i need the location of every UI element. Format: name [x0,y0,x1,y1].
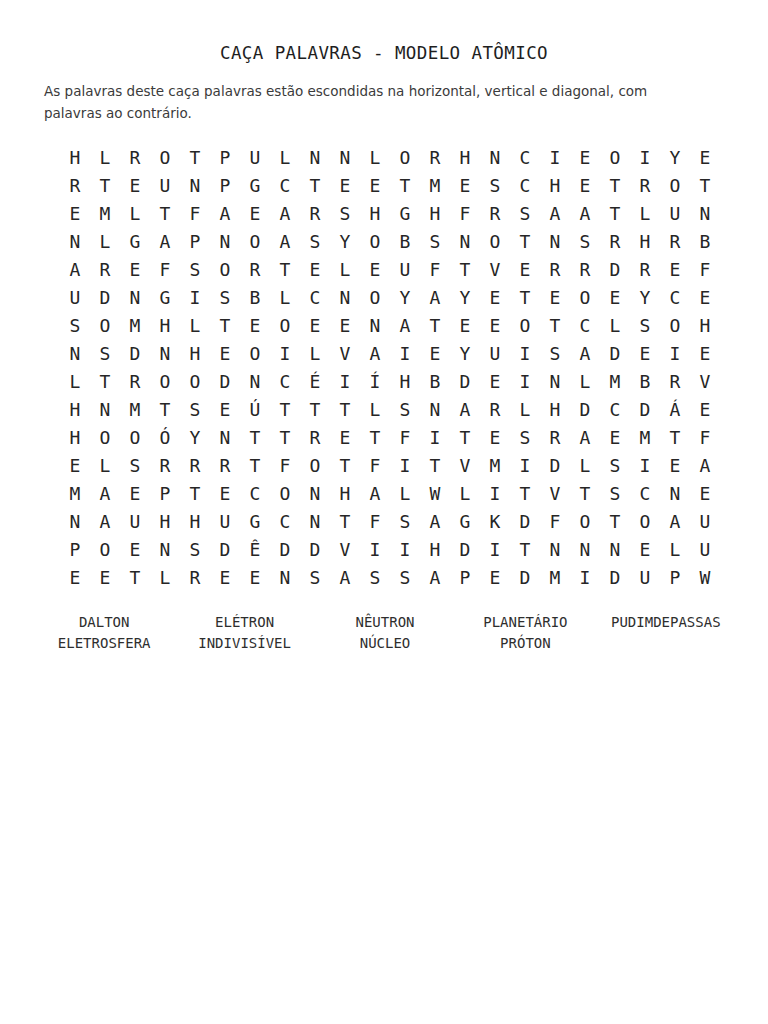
grid-cell: F [360,451,390,479]
grid-cell: A [690,451,720,479]
grid-cell: H [60,423,90,451]
grid-cell: O [270,311,300,339]
grid-cell: A [150,227,180,255]
grid-cell: A [540,199,570,227]
grid-cell: R [660,227,690,255]
grid-cell: R [480,199,510,227]
grid-cell: Y [450,283,480,311]
grid-cell: R [300,423,330,451]
grid-cell: B [240,283,270,311]
grid-cell: D [210,367,240,395]
grid-cell: C [660,283,690,311]
grid-cell: L [570,451,600,479]
grid-cell: E [120,255,150,283]
grid-cell: O [390,143,420,171]
grid-cell: N [570,535,600,563]
grid-cell: E [450,171,480,199]
grid-cell: H [630,227,660,255]
grid-cell: R [630,255,660,283]
grid-cell: D [120,339,150,367]
grid-cell: V [480,255,510,283]
grid-cell: N [300,507,330,535]
grid-cell: O [150,143,180,171]
grid-cell: C [600,395,630,423]
grid-cell: U [150,171,180,199]
grid-cell: G [120,227,150,255]
grid-cell: S [120,451,150,479]
grid-cell: R [660,367,690,395]
grid-cell: R [570,255,600,283]
word-list-item: INDIVISÍVEL [174,635,314,651]
grid-cell: O [660,171,690,199]
grid-cell: O [240,227,270,255]
grid-cell: S [510,199,540,227]
grid-cell: S [570,227,600,255]
grid-cell: D [450,535,480,563]
word-list-item: NÚCLEO [315,635,455,651]
grid-cell: S [60,311,90,339]
grid-cell: S [510,423,540,451]
grid-cell: U [690,507,720,535]
word-list-item: DALTON [34,614,174,630]
grid-cell: U [60,283,90,311]
grid-cell: D [450,367,480,395]
grid-cell: M [120,311,150,339]
grid-cell: S [360,563,390,591]
grid-cell: C [630,479,660,507]
grid-cell: I [420,423,450,451]
grid-cell: K [480,507,510,535]
grid-cell: T [150,395,180,423]
grid-cell: A [60,255,90,283]
grid-cell: C [240,479,270,507]
grid-cell: Y [660,143,690,171]
grid-cell: O [120,423,150,451]
grid-cell: F [180,199,210,227]
grid-cell: T [450,423,480,451]
grid-cell: B [690,227,720,255]
grid-cell: A [660,507,690,535]
grid-cell: L [360,395,390,423]
grid-cell: T [600,507,630,535]
grid-cell: R [540,255,570,283]
grid-cell: C [270,171,300,199]
grid-cell: E [480,367,510,395]
grid-cell: H [180,339,210,367]
grid-cell: E [330,171,360,199]
grid-cell: T [210,311,240,339]
grid-cell: G [450,507,480,535]
word-list-item: PRÓTON [455,635,595,651]
grid-cell: U [390,255,420,283]
grid-cell: N [210,227,240,255]
grid-cell: A [360,479,390,507]
grid-cell: O [480,227,510,255]
grid-cell: O [570,283,600,311]
grid-cell: T [510,283,540,311]
grid-cell: L [180,311,210,339]
grid-cell: W [420,479,450,507]
grid-cell: N [60,507,90,535]
grid-cell: T [330,507,360,535]
grid-cell: E [630,535,660,563]
grid-cell: A [570,423,600,451]
grid-cell: A [360,339,390,367]
grid-cell: E [510,255,540,283]
grid-cell: R [420,143,450,171]
grid-cell: F [150,255,180,283]
grid-cell: G [150,283,180,311]
grid-cell: O [570,507,600,535]
grid-cell: O [150,367,180,395]
grid-cell: N [270,563,300,591]
grid-cell: F [540,507,570,535]
grid-cell: Ú [240,395,270,423]
grid-cell: I [270,339,300,367]
grid-cell: E [540,283,570,311]
grid-cell: N [240,367,270,395]
grid-cell: F [690,423,720,451]
grid-cell: S [300,227,330,255]
grid-cell: I [480,535,510,563]
grid-cell: S [600,451,630,479]
grid-cell: N [60,227,90,255]
grid-cell: E [210,563,240,591]
word-list-item: PLANETÁRIO [455,614,595,630]
grid-cell: I [360,535,390,563]
grid-cell: V [330,535,360,563]
grid-cell: T [240,423,270,451]
grid-cell: Y [390,283,420,311]
grid-cell: L [90,451,120,479]
grid-cell: R [210,451,240,479]
grid-cell: R [180,563,210,591]
grid-cell: T [270,255,300,283]
word-list-item: PUDIMDEPASSAS [596,614,736,630]
grid-cell: Y [450,339,480,367]
grid-cell: O [360,283,390,311]
grid-cell: D [510,563,540,591]
grid-cell: S [390,563,420,591]
grid-cell: N [660,479,690,507]
page-title: CAÇA PALAVRAS - MODELO ATÔMICO [0,43,768,63]
grid-cell: E [240,563,270,591]
grid-cell: T [270,423,300,451]
grid-cell: G [240,507,270,535]
grid-cell: R [150,451,180,479]
grid-cell: T [360,423,390,451]
grid-cell: N [540,367,570,395]
grid-cell: I [630,451,660,479]
grid-cell: S [390,395,420,423]
grid-cell: T [600,199,630,227]
grid-cell: U [120,507,150,535]
grid-cell: I [510,367,540,395]
grid-cell: Á [660,395,690,423]
grid-cell: A [90,479,120,507]
grid-cell: É [300,367,330,395]
grid-cell: L [630,199,660,227]
grid-cell: L [150,563,180,591]
grid-cell: B [390,227,420,255]
grid-cell: H [360,199,390,227]
grid-cell: L [570,367,600,395]
grid-cell: G [240,171,270,199]
grid-cell: M [630,423,660,451]
grid-cell: P [210,171,240,199]
grid-cell: O [360,227,390,255]
grid-cell: S [180,255,210,283]
grid-cell: F [270,451,300,479]
grid-cell: O [300,451,330,479]
grid-cell: H [450,143,480,171]
grid-cell: N [360,311,390,339]
grid-cell: T [600,171,630,199]
grid-cell: M [60,479,90,507]
grid-cell: L [330,255,360,283]
grid-cell: A [270,199,300,227]
grid-cell: S [600,479,630,507]
grid-cell: E [570,171,600,199]
grid-cell: U [210,507,240,535]
grid-cell: E [570,143,600,171]
grid-cell: C [570,311,600,339]
word-list-item: ELETROSFERA [34,635,174,651]
grid-cell: D [600,563,630,591]
grid-cell: T [330,451,360,479]
grid-cell: N [420,395,450,423]
grid-cell: I [180,283,210,311]
grid-cell: R [540,423,570,451]
grid-cell: D [630,395,660,423]
grid-cell: R [90,255,120,283]
grid-cell: E [240,199,270,227]
letter-grid: HLROTPULNNLORHNCIEOIYERTEUNPGCTEETMESCHE… [60,143,720,591]
grid-cell: D [510,507,540,535]
grid-cell: E [120,535,150,563]
grid-cell: E [450,311,480,339]
instructions-line-2: palavras ao contrário. [44,102,734,124]
grid-cell: U [480,339,510,367]
grid-cell: E [60,563,90,591]
grid-cell: T [420,311,450,339]
grid-cell: O [510,311,540,339]
grid-cell: L [90,143,120,171]
grid-cell: C [300,283,330,311]
grid-cell: Í [360,367,390,395]
grid-cell: E [690,339,720,367]
grid-cell: I [390,339,420,367]
grid-cell: N [300,143,330,171]
grid-cell: L [300,339,330,367]
word-list-item: ELÉTRON [174,614,314,630]
grid-cell: Y [630,283,660,311]
grid-cell: L [600,311,630,339]
grid-cell: E [360,171,390,199]
grid-cell: V [450,451,480,479]
grid-cell: S [210,283,240,311]
grid-cell: E [480,423,510,451]
grid-cell: Ê [240,535,270,563]
grid-cell: E [210,395,240,423]
grid-cell: Y [330,227,360,255]
grid-cell: L [120,199,150,227]
grid-cell: P [180,227,210,255]
grid-cell: F [690,255,720,283]
grid-cell: O [90,535,120,563]
grid-cell: T [90,367,120,395]
grid-cell: R [60,171,90,199]
grid-cell: H [390,367,420,395]
grid-cell: N [90,395,120,423]
grid-cell: A [420,283,450,311]
grid-cell: V [540,479,570,507]
grid-cell: A [450,395,480,423]
grid-cell: I [330,367,360,395]
grid-cell: T [150,199,180,227]
grid-cell: A [420,507,450,535]
grid-cell: E [690,479,720,507]
grid-cell: E [660,451,690,479]
grid-cell: N [480,143,510,171]
grid-cell: R [120,143,150,171]
grid-cell: H [180,507,210,535]
grid-cell: E [60,451,90,479]
grid-cell: A [270,227,300,255]
grid-cell: N [330,283,360,311]
grid-cell: S [480,171,510,199]
grid-cell: E [240,311,270,339]
grid-cell: U [690,535,720,563]
grid-cell: E [300,255,330,283]
grid-cell: S [390,507,420,535]
grid-cell: E [630,339,660,367]
grid-cell: I [510,451,540,479]
grid-cell: S [300,563,330,591]
grid-cell: F [420,255,450,283]
grid-cell: S [630,311,660,339]
grid-cell: L [390,479,420,507]
grid-cell: Y [180,423,210,451]
grid-cell: I [570,563,600,591]
grid-cell: R [630,171,660,199]
grid-cell: A [390,311,420,339]
grid-cell: E [690,143,720,171]
grid-cell: E [690,395,720,423]
grid-cell: M [90,199,120,227]
grid-cell: N [60,339,90,367]
grid-cell: S [180,395,210,423]
grid-cell: E [600,283,630,311]
grid-cell: W [690,563,720,591]
grid-cell: I [390,451,420,479]
grid-cell: E [210,479,240,507]
grid-cell: U [660,199,690,227]
grid-cell: N [600,535,630,563]
grid-cell: R [300,199,330,227]
grid-cell: M [600,367,630,395]
grid-cell: N [210,423,240,451]
grid-cell: T [450,255,480,283]
grid-cell: V [690,367,720,395]
grid-cell: T [180,479,210,507]
grid-cell: T [390,171,420,199]
grid-cell: H [420,535,450,563]
grid-cell: N [150,339,180,367]
grid-cell: R [240,255,270,283]
grid-cell: E [480,283,510,311]
grid-cell: D [210,535,240,563]
grid-cell: S [420,227,450,255]
grid-cell: H [60,395,90,423]
grid-cell: O [630,507,660,535]
grid-cell: L [270,143,300,171]
grid-cell: I [540,143,570,171]
grid-cell: H [690,311,720,339]
grid-cell: T [90,171,120,199]
grid-cell: E [120,479,150,507]
grid-cell: L [360,143,390,171]
grid-cell: E [480,563,510,591]
grid-cell: A [330,563,360,591]
grid-cell: E [300,311,330,339]
grid-cell: P [60,535,90,563]
grid-cell: N [120,283,150,311]
grid-cell: P [210,143,240,171]
grid-cell: R [480,395,510,423]
grid-cell: L [450,479,480,507]
grid-cell: H [60,143,90,171]
grid-cell: T [270,395,300,423]
grid-cell: C [510,171,540,199]
grid-cell: I [390,535,420,563]
grid-cell: P [450,563,480,591]
grid-cell: N [540,535,570,563]
grid-cell: O [600,143,630,171]
grid-cell: O [90,423,120,451]
grid-cell: E [210,339,240,367]
instructions-line-1: As palavras deste caça palavras estão es… [44,80,734,102]
word-list-item: NÊUTRON [315,614,455,630]
grid-cell: C [270,507,300,535]
document-page: { "game": "word-search (caça palavras)",… [0,0,768,1024]
grid-cell: D [600,255,630,283]
grid-cell: D [540,451,570,479]
grid-cell: T [240,451,270,479]
grid-cell: C [510,143,540,171]
grid-cell: U [240,143,270,171]
grid-cell: H [150,507,180,535]
grid-cell: L [270,283,300,311]
grid-cell: I [480,479,510,507]
grid-cell: H [150,311,180,339]
grid-cell: A [210,199,240,227]
grid-cell: I [660,339,690,367]
grid-cell: H [540,171,570,199]
grid-cell: L [510,395,540,423]
grid-cell: T [180,143,210,171]
grid-cell: O [240,339,270,367]
grid-cell: N [330,143,360,171]
grid-cell: R [120,367,150,395]
grid-cell: T [540,311,570,339]
grid-cell: O [180,367,210,395]
grid-cell: T [690,171,720,199]
grid-cell: T [510,535,540,563]
grid-cell: T [510,227,540,255]
grid-cell: A [420,563,450,591]
grid-cell: E [660,255,690,283]
